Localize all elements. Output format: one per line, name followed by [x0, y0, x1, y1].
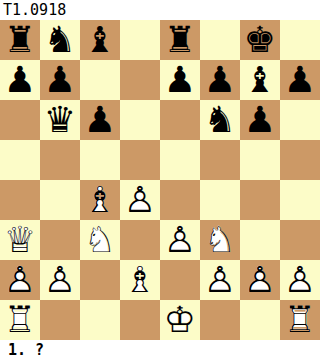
square-a7[interactable]: ♟	[0, 60, 40, 100]
chess-board: ♜♞♝♜♚♟♟♟♟♝♟♛♟♞♟♝♗♟♙♛♕♞♘♟♙♞♘♟♙♟♙♝♗♟♙♟♙♟♙♜…	[0, 20, 320, 340]
white-bishop-fill: ♝	[80, 180, 120, 220]
black-rook-piece: ♜	[0, 20, 40, 60]
white-pawn-piece: ♙	[280, 260, 320, 300]
black-knight-piece: ♞	[200, 100, 240, 140]
black-pawn-piece: ♟	[0, 60, 40, 100]
square-d1[interactable]	[120, 300, 160, 340]
white-queen-fill: ♛	[0, 220, 40, 260]
square-a5[interactable]	[0, 140, 40, 180]
black-knight-piece: ♞	[40, 20, 80, 60]
square-g2[interactable]: ♟♙	[240, 260, 280, 300]
square-h5[interactable]	[280, 140, 320, 180]
black-rook-piece: ♜	[160, 20, 200, 60]
square-d4[interactable]: ♟♙	[120, 180, 160, 220]
square-f1[interactable]	[200, 300, 240, 340]
black-pawn-piece: ♟	[280, 60, 320, 100]
square-h6[interactable]	[280, 100, 320, 140]
white-pawn-piece: ♙	[0, 260, 40, 300]
white-queen-piece: ♕	[0, 220, 40, 260]
square-e4[interactable]	[160, 180, 200, 220]
square-e7[interactable]: ♟	[160, 60, 200, 100]
square-e2[interactable]	[160, 260, 200, 300]
square-h1[interactable]: ♜♖	[280, 300, 320, 340]
square-c2[interactable]	[80, 260, 120, 300]
square-e3[interactable]: ♟♙	[160, 220, 200, 260]
white-bishop-piece: ♗	[120, 260, 160, 300]
white-knight-piece: ♘	[80, 220, 120, 260]
square-e5[interactable]	[160, 140, 200, 180]
square-a2[interactable]: ♟♙	[0, 260, 40, 300]
white-knight-piece: ♘	[200, 220, 240, 260]
square-c8[interactable]: ♝	[80, 20, 120, 60]
square-b2[interactable]: ♟♙	[40, 260, 80, 300]
square-e6[interactable]	[160, 100, 200, 140]
square-h2[interactable]: ♟♙	[280, 260, 320, 300]
white-knight-fill: ♞	[80, 220, 120, 260]
white-pawn-piece: ♙	[120, 180, 160, 220]
black-pawn-piece: ♟	[240, 100, 280, 140]
square-g6[interactable]: ♟	[240, 100, 280, 140]
black-bishop-piece: ♝	[80, 20, 120, 60]
square-b7[interactable]: ♟	[40, 60, 80, 100]
white-rook-fill: ♜	[280, 300, 320, 340]
square-d3[interactable]	[120, 220, 160, 260]
square-d2[interactable]: ♝♗	[120, 260, 160, 300]
white-pawn-fill: ♟	[240, 260, 280, 300]
square-f8[interactable]	[200, 20, 240, 60]
square-h8[interactable]	[280, 20, 320, 60]
white-bishop-fill: ♝	[120, 260, 160, 300]
white-pawn-fill: ♟	[40, 260, 80, 300]
white-pawn-fill: ♟	[0, 260, 40, 300]
white-rook-piece: ♖	[0, 300, 40, 340]
square-c3[interactable]: ♞♘	[80, 220, 120, 260]
white-pawn-piece: ♙	[160, 220, 200, 260]
square-g5[interactable]	[240, 140, 280, 180]
square-f7[interactable]: ♟	[200, 60, 240, 100]
square-f6[interactable]: ♞	[200, 100, 240, 140]
puzzle-id: T1.0918	[0, 0, 320, 20]
square-f4[interactable]	[200, 180, 240, 220]
chess-puzzle-page: T1.0918 ♜♞♝♜♚♟♟♟♟♝♟♛♟♞♟♝♗♟♙♛♕♞♘♟♙♞♘♟♙♟♙♝…	[0, 0, 320, 360]
square-g4[interactable]	[240, 180, 280, 220]
black-queen-piece: ♛	[40, 100, 80, 140]
square-e8[interactable]: ♜	[160, 20, 200, 60]
white-pawn-fill: ♟	[280, 260, 320, 300]
black-pawn-piece: ♟	[80, 100, 120, 140]
white-pawn-fill: ♟	[120, 180, 160, 220]
square-f5[interactable]	[200, 140, 240, 180]
black-king-piece: ♚	[240, 20, 280, 60]
black-pawn-piece: ♟	[200, 60, 240, 100]
square-g1[interactable]	[240, 300, 280, 340]
square-a6[interactable]	[0, 100, 40, 140]
white-pawn-fill: ♟	[200, 260, 240, 300]
square-g7[interactable]: ♝	[240, 60, 280, 100]
square-d6[interactable]	[120, 100, 160, 140]
square-d7[interactable]	[120, 60, 160, 100]
white-king-piece: ♔	[160, 300, 200, 340]
black-bishop-piece: ♝	[240, 60, 280, 100]
white-pawn-piece: ♙	[200, 260, 240, 300]
white-rook-piece: ♖	[280, 300, 320, 340]
square-b1[interactable]	[40, 300, 80, 340]
white-pawn-piece: ♙	[40, 260, 80, 300]
square-f2[interactable]: ♟♙	[200, 260, 240, 300]
white-king-fill: ♚	[160, 300, 200, 340]
square-f3[interactable]: ♞♘	[200, 220, 240, 260]
square-h3[interactable]	[280, 220, 320, 260]
square-c1[interactable]	[80, 300, 120, 340]
black-pawn-piece: ♟	[40, 60, 80, 100]
square-c4[interactable]: ♝♗	[80, 180, 120, 220]
black-pawn-piece: ♟	[160, 60, 200, 100]
square-g3[interactable]	[240, 220, 280, 260]
square-b8[interactable]: ♞	[40, 20, 80, 60]
square-b4[interactable]	[40, 180, 80, 220]
square-a8[interactable]: ♜	[0, 20, 40, 60]
square-g8[interactable]: ♚	[240, 20, 280, 60]
square-d5[interactable]	[120, 140, 160, 180]
square-e1[interactable]: ♚♔	[160, 300, 200, 340]
square-a4[interactable]	[0, 180, 40, 220]
square-c6[interactable]: ♟	[80, 100, 120, 140]
square-a3[interactable]: ♛♕	[0, 220, 40, 260]
square-h7[interactable]: ♟	[280, 60, 320, 100]
square-b3[interactable]	[40, 220, 80, 260]
white-pawn-fill: ♟	[160, 220, 200, 260]
move-prompt: 1. ?	[0, 340, 320, 360]
white-rook-fill: ♜	[0, 300, 40, 340]
square-c7[interactable]	[80, 60, 120, 100]
square-d8[interactable]	[120, 20, 160, 60]
square-b5[interactable]	[40, 140, 80, 180]
square-c5[interactable]	[80, 140, 120, 180]
white-bishop-piece: ♗	[80, 180, 120, 220]
square-a1[interactable]: ♜♖	[0, 300, 40, 340]
square-b6[interactable]: ♛	[40, 100, 80, 140]
white-knight-fill: ♞	[200, 220, 240, 260]
white-pawn-piece: ♙	[240, 260, 280, 300]
square-h4[interactable]	[280, 180, 320, 220]
